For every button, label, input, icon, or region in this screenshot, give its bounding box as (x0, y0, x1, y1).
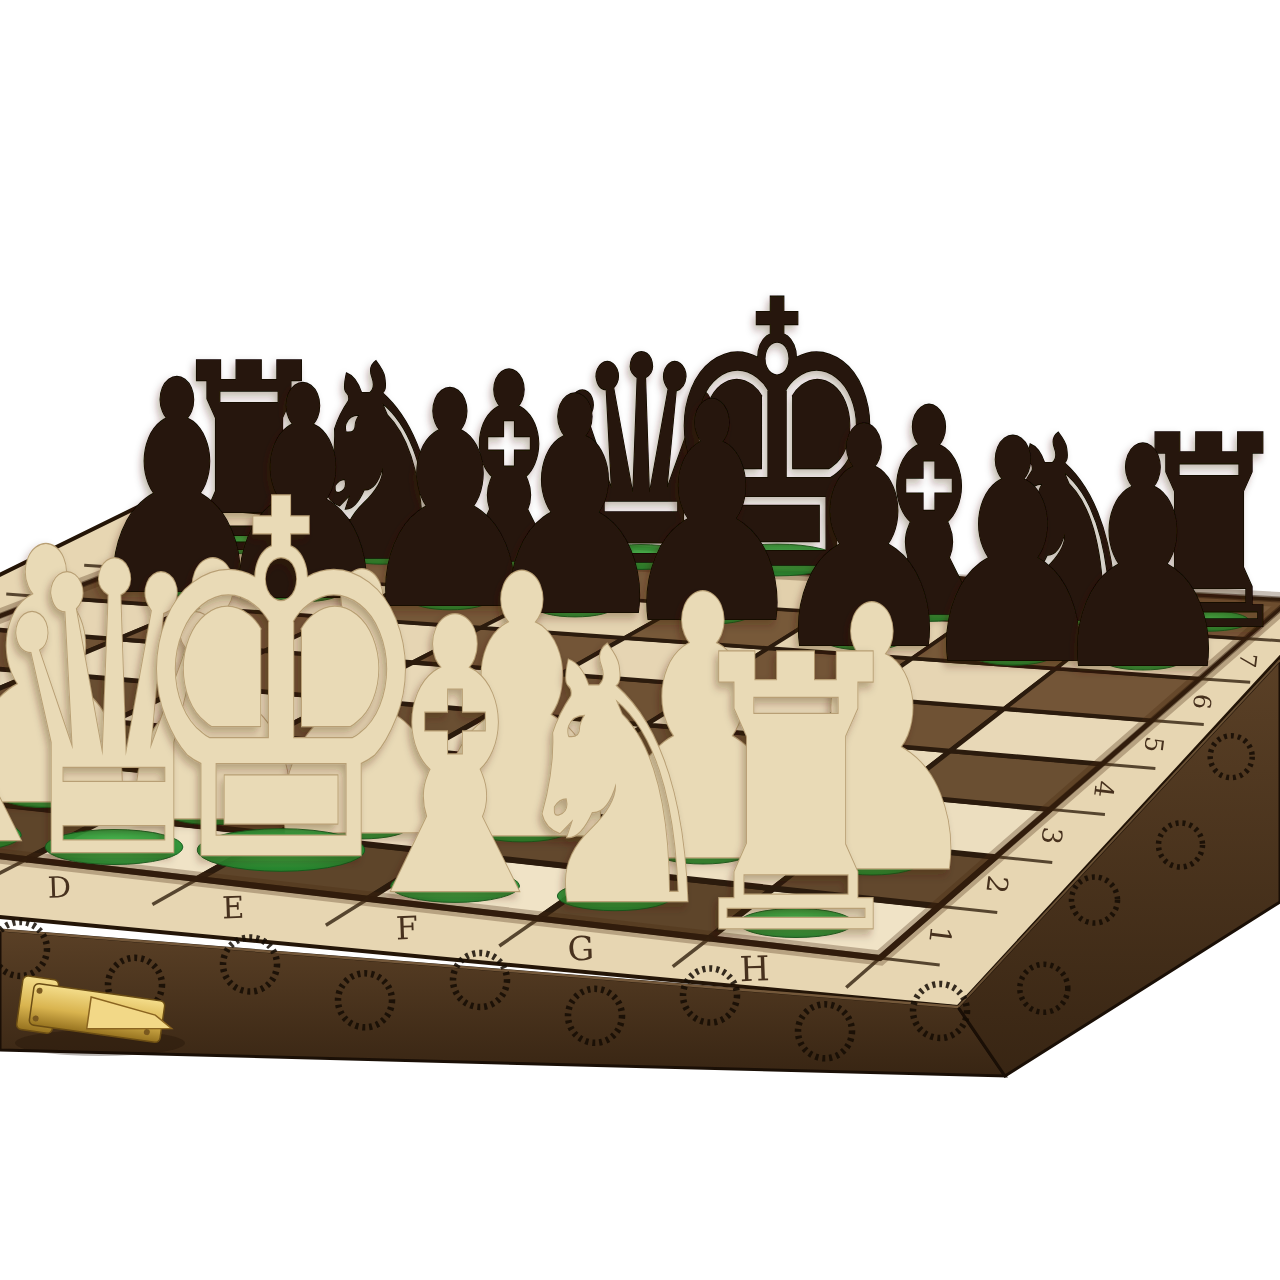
piece-white-rook-h1: ♜ (674, 576, 919, 1018)
chess-board-scene: ABCDEFGH1122334455667788♜♞♝♛♚♟♟♟♟♝♟♞♜♟♟♟… (0, 0, 1280, 1280)
piece-black-pawn-h7: ♟ (1045, 383, 1241, 736)
chess-set-photo: ABCDEFGH1122334455667788♜♞♝♛♚♟♟♟♟♝♟♞♜♟♟♟… (0, 0, 1280, 1280)
